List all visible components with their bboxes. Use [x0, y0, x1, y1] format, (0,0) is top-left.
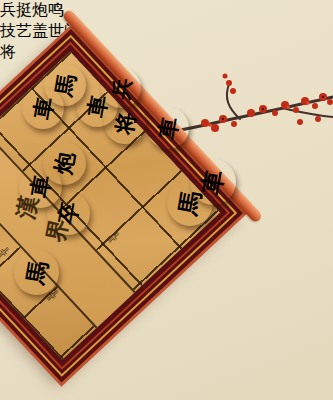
piece-character: 車 — [30, 95, 55, 120]
xiangqi-piece-red: 馬 — [14, 250, 59, 295]
xiangqi-piece-red: 車 — [147, 107, 189, 149]
xiangqi-piece-black: 車 — [22, 87, 64, 129]
piece-character: 兵 — [109, 76, 133, 100]
piece-character: 馬 — [23, 259, 50, 286]
xiangqi-piece-black: 卒 — [47, 192, 90, 235]
piece-character: 車 — [27, 173, 52, 198]
piece-character: 卒 — [55, 200, 80, 225]
piece-character: 将 — [112, 110, 137, 135]
poster-scene: 漢界 ╬ ╬ ╬ 馬車車兵将車炮車卒馬車馬 兵挺炮鸣 技艺盖世间 将 — [0, 0, 333, 400]
xiangqi-piece-black: 車 — [190, 159, 236, 205]
piece-character: 車 — [199, 168, 227, 196]
xiangqi-piece-black: 将 — [104, 102, 146, 144]
pieces-layer: 馬車車兵将車炮車卒馬車馬 — [0, 0, 333, 400]
piece-character: 車 — [155, 115, 180, 140]
